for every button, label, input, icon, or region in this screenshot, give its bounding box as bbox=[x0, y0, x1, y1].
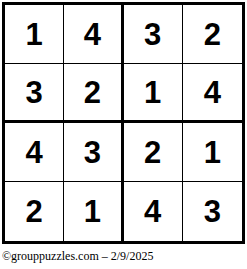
cell-r4c3: 4 bbox=[124, 182, 183, 241]
cell-r1c4: 2 bbox=[183, 5, 242, 64]
cell-r3c1: 4 bbox=[5, 123, 64, 182]
cell-r4c4: 3 bbox=[183, 182, 242, 241]
cell-r1c2: 4 bbox=[64, 5, 123, 64]
sudoku-board: 1 4 3 2 3 2 1 4 4 3 2 1 2 1 4 3 bbox=[2, 2, 245, 244]
cell-r2c1: 3 bbox=[5, 64, 64, 123]
sudoku-puzzle-image: 1 4 3 2 3 2 1 4 4 3 2 1 2 1 4 3 ©grouppu… bbox=[0, 0, 247, 269]
cell-r1c3: 3 bbox=[124, 5, 183, 64]
copyright-credit: ©grouppuzzles.com – 2/9/2025 bbox=[2, 249, 153, 264]
cell-r4c1: 2 bbox=[5, 182, 64, 241]
cell-r4c2: 1 bbox=[64, 182, 123, 241]
cell-r3c3: 2 bbox=[124, 123, 183, 182]
cell-r3c4: 1 bbox=[183, 123, 242, 182]
cell-r3c2: 3 bbox=[64, 123, 123, 182]
cell-r2c3: 1 bbox=[124, 64, 183, 123]
cell-r2c4: 4 bbox=[183, 64, 242, 123]
cell-r1c1: 1 bbox=[5, 5, 64, 64]
cell-r2c2: 2 bbox=[64, 64, 123, 123]
